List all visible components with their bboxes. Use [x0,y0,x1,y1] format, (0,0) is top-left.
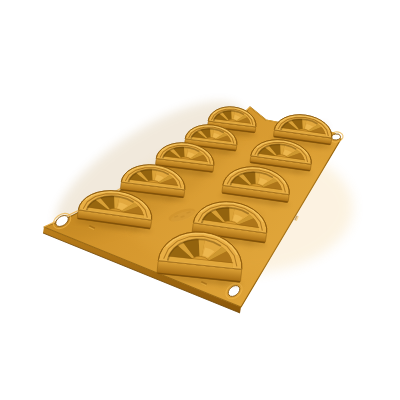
silicone-mold-product-image [0,0,400,400]
product-photo-canvas [0,0,400,400]
